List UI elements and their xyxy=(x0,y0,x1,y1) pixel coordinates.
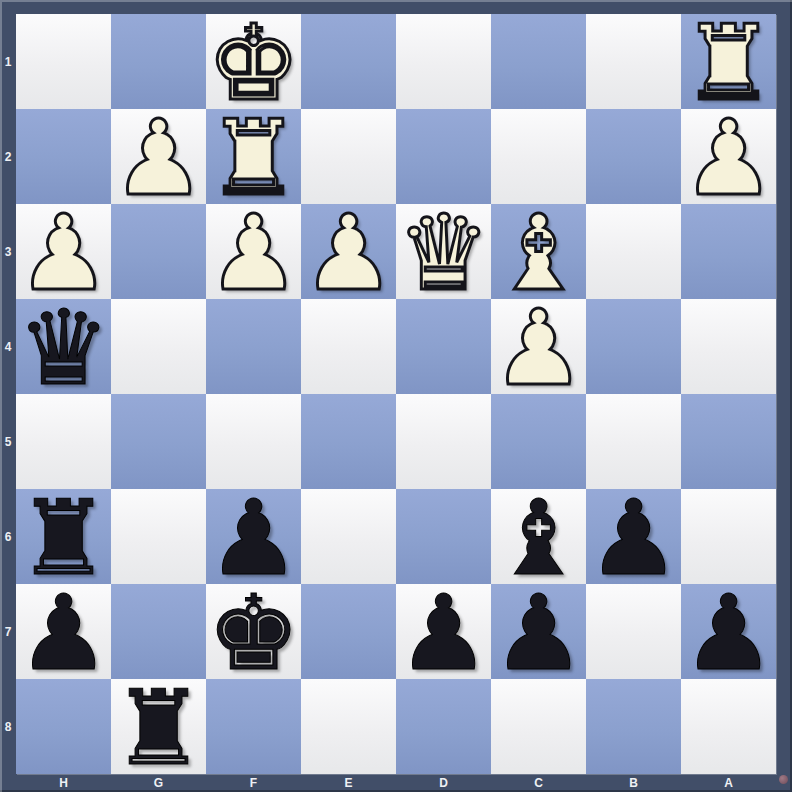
square-d1[interactable] xyxy=(396,14,491,109)
square-g6[interactable] xyxy=(111,489,206,584)
square-b6[interactable]: ♟ xyxy=(586,489,681,584)
square-a1[interactable]: ♜ xyxy=(681,14,776,109)
chess-board-frame: 12345678 ♚♜♟♜♟♟♟♟♛♝♛♟♜♟♝♟♟♚♟♟♟♜ HGFEDCBA xyxy=(0,0,792,792)
square-c4[interactable]: ♟ xyxy=(491,299,586,394)
square-d3[interactable]: ♛ xyxy=(396,204,491,299)
white-pawn[interactable]: ♟ xyxy=(301,206,396,301)
file-label-c: C xyxy=(491,774,586,792)
square-a7[interactable]: ♟ xyxy=(681,584,776,679)
rank-label-1: 1 xyxy=(0,14,16,109)
square-c3[interactable]: ♝ xyxy=(491,204,586,299)
square-a6[interactable] xyxy=(681,489,776,584)
black-pawn[interactable]: ♟ xyxy=(586,491,681,586)
white-pawn[interactable]: ♟ xyxy=(206,206,301,301)
square-b1[interactable] xyxy=(586,14,681,109)
square-b5[interactable] xyxy=(586,394,681,489)
square-c2[interactable] xyxy=(491,109,586,204)
black-rook[interactable]: ♜ xyxy=(111,681,206,776)
square-a5[interactable] xyxy=(681,394,776,489)
file-labels: HGFEDCBA xyxy=(16,774,776,792)
rank-label-8: 8 xyxy=(0,679,16,774)
rank-label-5: 5 xyxy=(0,394,16,489)
rank-label-6: 6 xyxy=(0,489,16,584)
file-label-h: H xyxy=(16,774,111,792)
square-f1[interactable]: ♚ xyxy=(206,14,301,109)
square-e6[interactable] xyxy=(301,489,396,584)
square-d5[interactable] xyxy=(396,394,491,489)
square-g3[interactable] xyxy=(111,204,206,299)
square-c6[interactable]: ♝ xyxy=(491,489,586,584)
file-label-b: B xyxy=(586,774,681,792)
square-c1[interactable] xyxy=(491,14,586,109)
square-e7[interactable] xyxy=(301,584,396,679)
square-g8[interactable]: ♜ xyxy=(111,679,206,774)
square-g1[interactable] xyxy=(111,14,206,109)
file-label-d: D xyxy=(396,774,491,792)
rank-label-2: 2 xyxy=(0,109,16,204)
board: ♚♜♟♜♟♟♟♟♛♝♛♟♜♟♝♟♟♚♟♟♟♜ xyxy=(16,14,776,774)
white-queen[interactable]: ♛ xyxy=(396,206,491,301)
square-f4[interactable] xyxy=(206,299,301,394)
corner-marker-dot xyxy=(779,775,788,784)
square-a2[interactable]: ♟ xyxy=(681,109,776,204)
square-e2[interactable] xyxy=(301,109,396,204)
square-d4[interactable] xyxy=(396,299,491,394)
square-h4[interactable]: ♛ xyxy=(16,299,111,394)
square-a4[interactable] xyxy=(681,299,776,394)
square-e1[interactable] xyxy=(301,14,396,109)
square-e3[interactable]: ♟ xyxy=(301,204,396,299)
square-b7[interactable] xyxy=(586,584,681,679)
rank-labels: 12345678 xyxy=(0,14,16,774)
square-c7[interactable]: ♟ xyxy=(491,584,586,679)
square-e8[interactable] xyxy=(301,679,396,774)
square-e4[interactable] xyxy=(301,299,396,394)
black-pawn[interactable]: ♟ xyxy=(681,586,776,681)
rank-label-7: 7 xyxy=(0,584,16,679)
black-queen[interactable]: ♛ xyxy=(16,301,111,396)
white-pawn[interactable]: ♟ xyxy=(681,111,776,206)
square-a8[interactable] xyxy=(681,679,776,774)
black-pawn[interactable]: ♟ xyxy=(396,586,491,681)
square-f7[interactable]: ♚ xyxy=(206,584,301,679)
black-pawn[interactable]: ♟ xyxy=(16,586,111,681)
file-label-e: E xyxy=(301,774,396,792)
square-f5[interactable] xyxy=(206,394,301,489)
square-h6[interactable]: ♜ xyxy=(16,489,111,584)
black-king[interactable]: ♚ xyxy=(206,586,301,681)
square-f6[interactable]: ♟ xyxy=(206,489,301,584)
file-label-a: A xyxy=(681,774,776,792)
square-h1[interactable] xyxy=(16,14,111,109)
square-c8[interactable] xyxy=(491,679,586,774)
square-g4[interactable] xyxy=(111,299,206,394)
square-h3[interactable]: ♟ xyxy=(16,204,111,299)
file-label-f: F xyxy=(206,774,301,792)
square-h7[interactable]: ♟ xyxy=(16,584,111,679)
square-f2[interactable]: ♜ xyxy=(206,109,301,204)
square-e5[interactable] xyxy=(301,394,396,489)
square-d7[interactable]: ♟ xyxy=(396,584,491,679)
square-b2[interactable] xyxy=(586,109,681,204)
square-b3[interactable] xyxy=(586,204,681,299)
square-g2[interactable]: ♟ xyxy=(111,109,206,204)
black-pawn[interactable]: ♟ xyxy=(491,586,586,681)
square-h5[interactable] xyxy=(16,394,111,489)
white-pawn[interactable]: ♟ xyxy=(111,111,206,206)
square-h8[interactable] xyxy=(16,679,111,774)
file-label-g: G xyxy=(111,774,206,792)
square-d8[interactable] xyxy=(396,679,491,774)
square-d2[interactable] xyxy=(396,109,491,204)
square-a3[interactable] xyxy=(681,204,776,299)
rank-label-3: 3 xyxy=(0,204,16,299)
square-b4[interactable] xyxy=(586,299,681,394)
square-f3[interactable]: ♟ xyxy=(206,204,301,299)
square-f8[interactable] xyxy=(206,679,301,774)
square-g5[interactable] xyxy=(111,394,206,489)
rank-label-4: 4 xyxy=(0,299,16,394)
white-pawn[interactable]: ♟ xyxy=(491,301,586,396)
square-g7[interactable] xyxy=(111,584,206,679)
square-d6[interactable] xyxy=(396,489,491,584)
square-h2[interactable] xyxy=(16,109,111,204)
square-c5[interactable] xyxy=(491,394,586,489)
square-b8[interactable] xyxy=(586,679,681,774)
